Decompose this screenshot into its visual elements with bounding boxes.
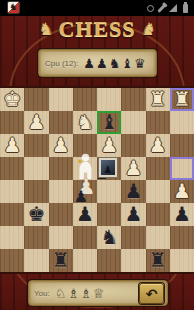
square-h8[interactable] bbox=[0, 249, 24, 272]
square-b2[interactable] bbox=[146, 111, 170, 134]
square-b3[interactable]: ♟ bbox=[146, 134, 170, 157]
title-row: ♞ CHESS ♞ bbox=[0, 18, 194, 40]
square-d7[interactable]: ♞ bbox=[97, 226, 121, 249]
square-d3[interactable]: ♟ bbox=[97, 134, 121, 157]
square-b1[interactable]: ♜ bbox=[146, 88, 170, 111]
square-f5[interactable] bbox=[49, 180, 73, 203]
piece-white-pawn: ♟ bbox=[0, 134, 24, 157]
piece-black-bishop: ♝ bbox=[97, 111, 121, 134]
square-e1[interactable] bbox=[73, 88, 97, 111]
square-e8[interactable] bbox=[73, 249, 97, 272]
square-f7[interactable] bbox=[49, 226, 73, 249]
square-h2[interactable] bbox=[0, 111, 24, 134]
square-a8[interactable] bbox=[170, 249, 194, 272]
square-f2[interactable] bbox=[49, 111, 73, 134]
square-g7[interactable] bbox=[24, 226, 48, 249]
square-d6[interactable] bbox=[97, 203, 121, 226]
square-g8[interactable] bbox=[24, 249, 48, 272]
knight-decoration-right-icon: ♞ bbox=[141, 21, 156, 38]
framed-picture-overlay: ♟ bbox=[99, 158, 117, 177]
square-d5[interactable] bbox=[97, 180, 121, 203]
battery-icon bbox=[183, 4, 188, 13]
status-icons bbox=[147, 0, 188, 16]
square-c4[interactable]: ♟ bbox=[121, 157, 145, 180]
piece-black-pawn: ♟ bbox=[121, 180, 145, 203]
square-c7[interactable] bbox=[121, 226, 145, 249]
you-captured-pieces: ♘♗♗♕ bbox=[55, 287, 106, 300]
chess-board: ♚♜♜♟♞♝♟♟♟♟♟♟♟♟♟♟♟♚♟♟♟♞♜♜ bbox=[0, 86, 194, 274]
square-a7[interactable] bbox=[170, 226, 194, 249]
square-d2[interactable]: ♝ bbox=[97, 111, 121, 134]
piece-white-pawn: ♟ bbox=[121, 157, 145, 180]
square-b8[interactable]: ♜ bbox=[146, 249, 170, 272]
square-g5[interactable] bbox=[24, 180, 48, 203]
piece-white-knight: ♞ bbox=[73, 111, 97, 134]
clock-icon bbox=[147, 5, 154, 12]
piece-black-pawn: ♟ bbox=[170, 203, 194, 226]
square-f1[interactable] bbox=[49, 88, 73, 111]
square-a1[interactable]: ♜ bbox=[170, 88, 194, 111]
square-f6[interactable] bbox=[49, 203, 73, 226]
square-b5[interactable] bbox=[146, 180, 170, 203]
signal-icon bbox=[169, 4, 177, 12]
you-captured-tray: You: ♘♗♗♕ ↶ bbox=[28, 280, 168, 306]
square-c5[interactable]: ♟ bbox=[121, 180, 145, 203]
square-g4[interactable] bbox=[24, 157, 48, 180]
piece-white-pawn: ♟ bbox=[24, 111, 48, 134]
cpu-captured-tray: Cpu (12): ♟♟♞♝♛ bbox=[38, 49, 157, 77]
piece-white-pawn: ♟ bbox=[97, 134, 121, 157]
square-f4[interactable] bbox=[49, 157, 73, 180]
piece-white-pawn: ♟ bbox=[49, 134, 73, 157]
header: ♞ CHESS ♞ Cpu (12): ♟♟♞♝♛ bbox=[0, 16, 194, 87]
square-h5[interactable] bbox=[0, 180, 24, 203]
square-c8[interactable] bbox=[121, 249, 145, 272]
square-h6[interactable] bbox=[0, 203, 24, 226]
piece-white-king: ♚ bbox=[0, 88, 24, 111]
square-h3[interactable]: ♟ bbox=[0, 134, 24, 157]
square-g1[interactable] bbox=[24, 88, 48, 111]
app-screen: ♞ ♞ CHESS ♞ Cpu (12): ♟♟♞♝♛ ♚♜♜♟♞♝♟♟♟♟♟♟… bbox=[0, 0, 194, 310]
square-c1[interactable] bbox=[121, 88, 145, 111]
square-g6[interactable]: ♚ bbox=[24, 203, 48, 226]
wrench-icon bbox=[157, 4, 165, 13]
square-f8[interactable]: ♜ bbox=[49, 249, 73, 272]
square-d1[interactable] bbox=[97, 88, 121, 111]
square-e6[interactable]: ♟ bbox=[73, 203, 97, 226]
cpu-captured-pieces: ♟♟♞♝♛ bbox=[83, 57, 146, 70]
square-c6[interactable]: ♟ bbox=[121, 203, 145, 226]
square-a3[interactable] bbox=[170, 134, 194, 157]
piece-black-knight: ♞ bbox=[97, 226, 121, 249]
piece-black-pawn: ♟ bbox=[73, 203, 97, 226]
knight-decoration-left-icon: ♞ bbox=[38, 21, 53, 38]
square-a5[interactable]: ♟ bbox=[170, 180, 194, 203]
cpu-tray-label: Cpu (12): bbox=[45, 59, 78, 68]
piece-black-king: ♚ bbox=[24, 203, 48, 226]
square-h4[interactable] bbox=[0, 157, 24, 180]
app-title: CHESS bbox=[58, 18, 135, 40]
square-g2[interactable]: ♟ bbox=[24, 111, 48, 134]
piece-white-rook: ♜ bbox=[170, 88, 194, 111]
square-a6[interactable]: ♟ bbox=[170, 203, 194, 226]
square-b6[interactable] bbox=[146, 203, 170, 226]
square-a2[interactable] bbox=[170, 111, 194, 134]
square-d8[interactable] bbox=[97, 249, 121, 272]
square-c3[interactable] bbox=[121, 134, 145, 157]
piece-black-pawn: ♟ bbox=[121, 203, 145, 226]
square-e5[interactable]: ♟♟ bbox=[73, 180, 97, 203]
piece-black-rook: ♜ bbox=[49, 249, 73, 272]
square-b4[interactable] bbox=[146, 157, 170, 180]
square-f3[interactable]: ♟ bbox=[49, 134, 73, 157]
square-e2[interactable]: ♞ bbox=[73, 111, 97, 134]
app-icon: ♞ bbox=[7, 1, 20, 14]
square-a4[interactable] bbox=[170, 157, 194, 180]
piece-black-rook: ♜ bbox=[146, 249, 170, 272]
piece-white-rook: ♜ bbox=[146, 88, 170, 111]
piece-white-pawn: ♟ bbox=[146, 134, 170, 157]
you-tray-label: You: bbox=[34, 289, 50, 298]
status-bar: ♞ bbox=[0, 0, 194, 16]
framed-picture-figure: ♟ bbox=[104, 164, 113, 175]
square-e7[interactable] bbox=[73, 226, 97, 249]
undo-button[interactable]: ↶ bbox=[139, 283, 164, 304]
bottom-bar: You: ♘♗♗♕ ↶ bbox=[0, 274, 194, 310]
square-h1[interactable]: ♚ bbox=[0, 88, 24, 111]
square-g3[interactable] bbox=[24, 134, 48, 157]
piece-white-pawn: ♟ bbox=[170, 180, 194, 203]
square-c2[interactable] bbox=[121, 111, 145, 134]
square-h7[interactable] bbox=[0, 226, 24, 249]
square-b7[interactable] bbox=[146, 226, 170, 249]
